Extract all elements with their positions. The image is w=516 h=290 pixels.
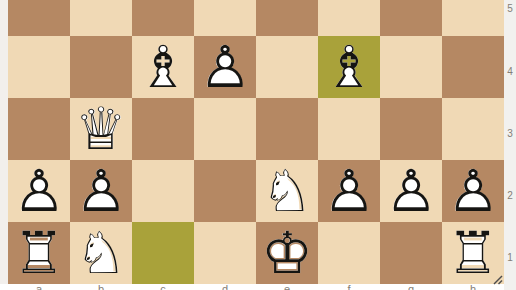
white-pawn-outline-glyph: ♙ <box>323 162 375 220</box>
white-knight-outline-glyph: ♘ <box>75 224 127 282</box>
white-queen-outline-glyph: ♕ <box>75 100 127 158</box>
file-label-g: g <box>380 283 442 290</box>
square-c4[interactable]: ♝♗ <box>132 36 194 98</box>
square-c1[interactable] <box>132 222 194 284</box>
square-b3[interactable]: ♛♕ <box>70 98 132 160</box>
white-bishop-outline-glyph: ♗ <box>323 38 375 96</box>
white-pawn-outline-glyph: ♙ <box>75 162 127 220</box>
square-h2[interactable]: ♟♙ <box>442 160 504 222</box>
file-label-f: f <box>318 283 380 290</box>
white-pawn-outline-glyph: ♙ <box>199 38 251 96</box>
file-label-h: h <box>442 283 504 290</box>
chess-app: { "game": "chess", "board_theme": { "lig… <box>0 0 516 290</box>
square-b1[interactable]: ♞♘ <box>70 222 132 284</box>
white-pawn[interactable]: ♟♙ <box>70 160 132 222</box>
white-rook[interactable]: ♜♖ <box>8 222 70 284</box>
square-f5[interactable] <box>318 0 380 36</box>
rank-coords-strip: 54321 <box>504 0 516 290</box>
white-pawn-outline-glyph: ♙ <box>13 162 65 220</box>
rank-label-5: 5 <box>504 3 516 15</box>
square-f3[interactable] <box>318 98 380 160</box>
square-a3[interactable] <box>8 98 70 160</box>
square-h3[interactable] <box>442 98 504 160</box>
rank-label-4: 4 <box>504 66 516 78</box>
square-a1[interactable]: ♜♖ <box>8 222 70 284</box>
square-c2[interactable] <box>132 160 194 222</box>
square-g2[interactable]: ♟♙ <box>380 160 442 222</box>
square-d5[interactable] <box>194 0 256 36</box>
square-e5[interactable] <box>256 0 318 36</box>
rank-label-1: 1 <box>504 252 516 264</box>
square-g4[interactable] <box>380 36 442 98</box>
white-pawn[interactable]: ♟♙ <box>8 160 70 222</box>
white-bishop-outline-glyph: ♗ <box>137 38 189 96</box>
square-c3[interactable] <box>132 98 194 160</box>
white-pawn-outline-glyph: ♙ <box>447 162 499 220</box>
square-g1[interactable] <box>380 222 442 284</box>
file-label-b: b <box>70 283 132 290</box>
square-h4[interactable] <box>442 36 504 98</box>
white-king[interactable]: ♚♔ <box>256 222 318 284</box>
square-b4[interactable] <box>70 36 132 98</box>
square-c5[interactable] <box>132 0 194 36</box>
file-label-d: d <box>194 283 256 290</box>
white-queen[interactable]: ♛♕ <box>70 98 132 160</box>
white-pawn[interactable]: ♟♙ <box>442 160 504 222</box>
white-knight[interactable]: ♞♘ <box>256 160 318 222</box>
white-pawn[interactable]: ♟♙ <box>194 36 256 98</box>
square-d3[interactable] <box>194 98 256 160</box>
chess-board: ♝♗♟♙♝♗♛♕♟♙♟♙♞♘♟♙♟♙♟♙♜♖♞♘♚♔♜♖ <box>8 0 504 284</box>
square-g3[interactable] <box>380 98 442 160</box>
file-label-e: e <box>256 283 318 290</box>
white-pawn[interactable]: ♟♙ <box>318 160 380 222</box>
file-label-a: a <box>8 283 70 290</box>
rank-label-2: 2 <box>504 190 516 202</box>
square-a5[interactable] <box>8 0 70 36</box>
square-d1[interactable] <box>194 222 256 284</box>
square-d2[interactable] <box>194 160 256 222</box>
square-f2[interactable]: ♟♙ <box>318 160 380 222</box>
white-rook-outline-glyph: ♖ <box>13 224 65 282</box>
rank-label-3: 3 <box>504 128 516 140</box>
square-d4[interactable]: ♟♙ <box>194 36 256 98</box>
square-e4[interactable] <box>256 36 318 98</box>
square-a4[interactable] <box>8 36 70 98</box>
square-e1[interactable]: ♚♔ <box>256 222 318 284</box>
white-bishop[interactable]: ♝♗ <box>318 36 380 98</box>
white-pawn-outline-glyph: ♙ <box>385 162 437 220</box>
square-f1[interactable] <box>318 222 380 284</box>
white-knight-outline-glyph: ♘ <box>261 162 313 220</box>
square-e3[interactable] <box>256 98 318 160</box>
white-bishop[interactable]: ♝♗ <box>132 36 194 98</box>
square-b5[interactable] <box>70 0 132 36</box>
file-label-c: c <box>132 283 194 290</box>
square-g5[interactable] <box>380 0 442 36</box>
square-b2[interactable]: ♟♙ <box>70 160 132 222</box>
white-king-outline-glyph: ♔ <box>261 224 313 282</box>
square-f4[interactable]: ♝♗ <box>318 36 380 98</box>
square-e2[interactable]: ♞♘ <box>256 160 318 222</box>
left-gutter <box>0 0 8 284</box>
white-pawn[interactable]: ♟♙ <box>380 160 442 222</box>
white-knight[interactable]: ♞♘ <box>70 222 132 284</box>
square-h5[interactable] <box>442 0 504 36</box>
square-a2[interactable]: ♟♙ <box>8 160 70 222</box>
board-resize-handle[interactable] <box>491 271 503 283</box>
